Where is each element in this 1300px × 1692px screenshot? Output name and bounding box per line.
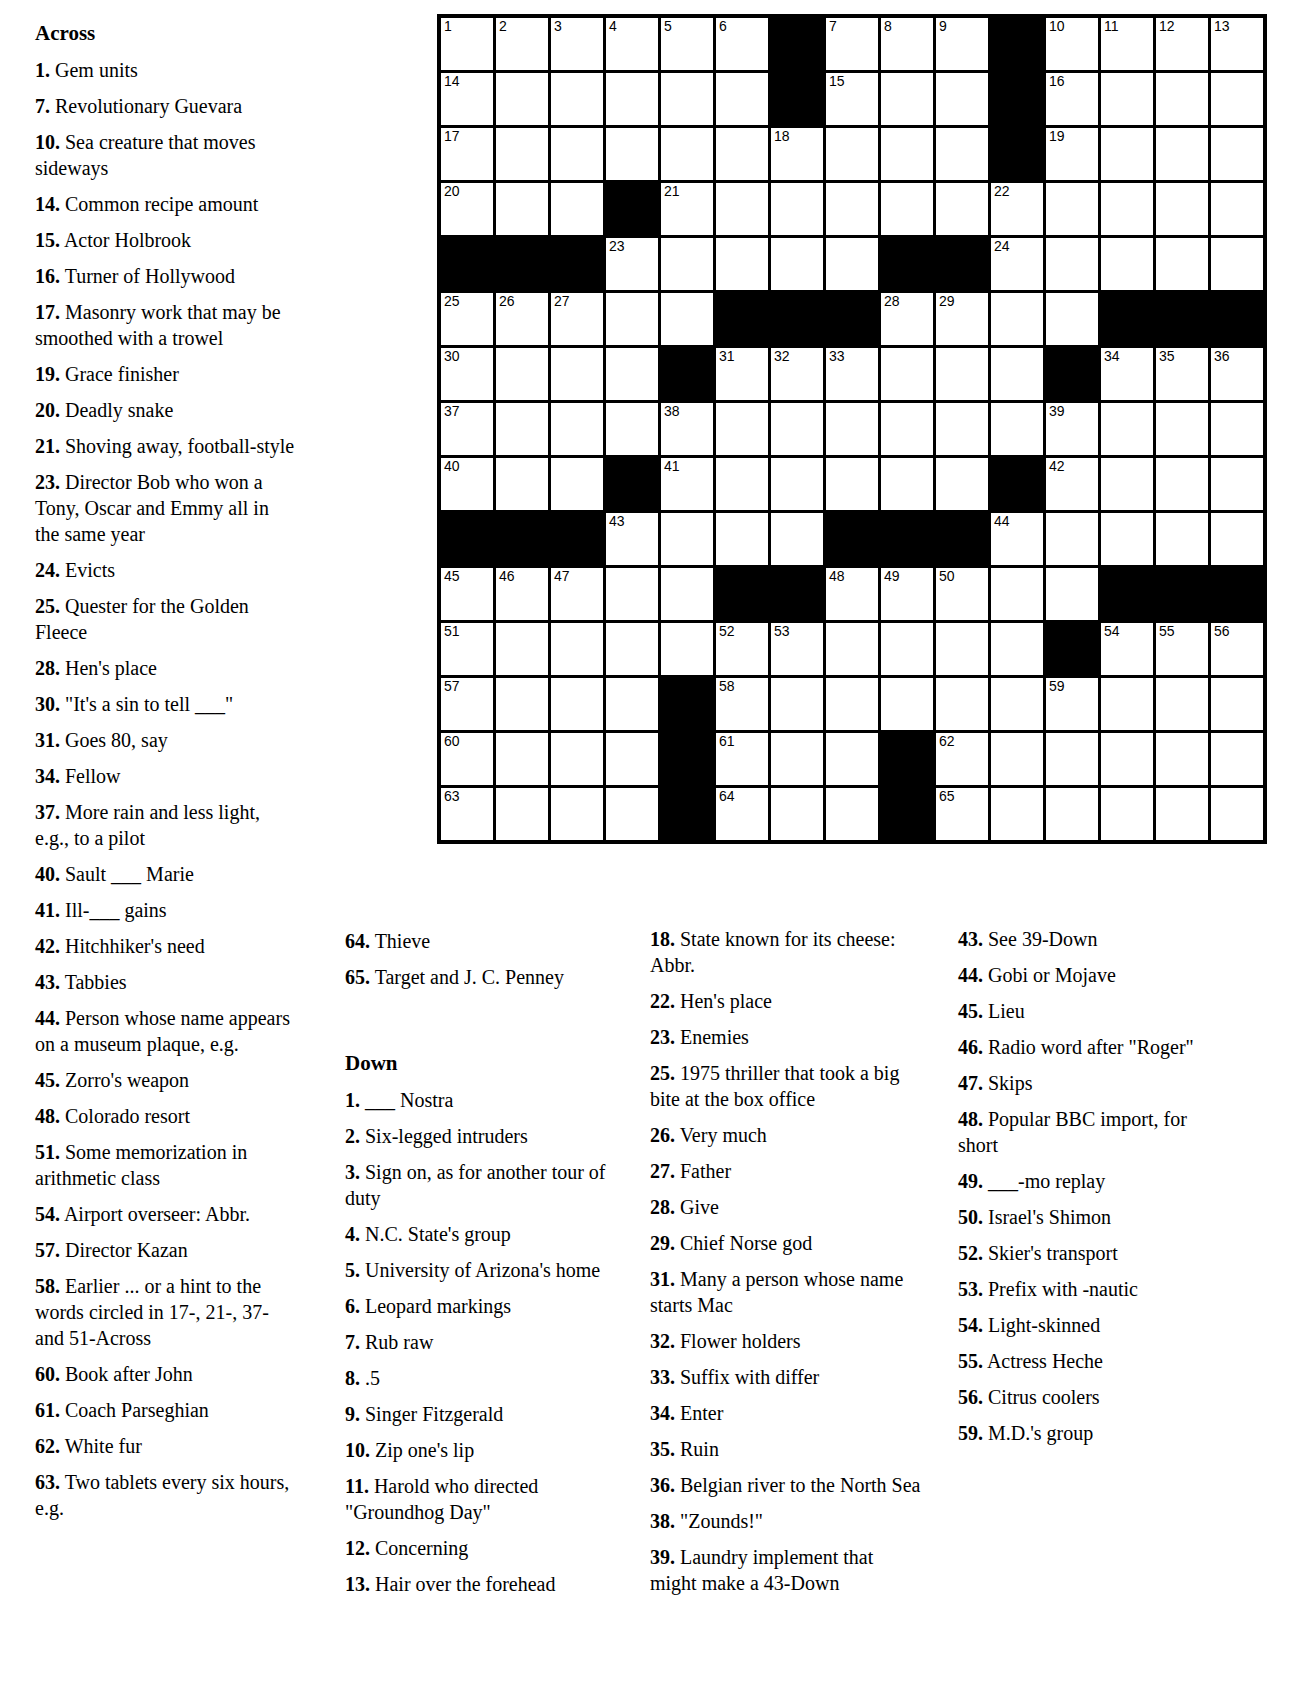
clue-column-4: 43. See 39-Down44. Gobi or Mojave45. Lie… xyxy=(958,926,1203,1456)
cell-number: 57 xyxy=(444,679,460,694)
clue-across-62: 62. White fur xyxy=(35,1433,295,1459)
clue-number: 26. xyxy=(650,1124,675,1146)
cell-number: 58 xyxy=(719,679,735,694)
clue-column-3: 18. State known for its cheese: Abbr.22.… xyxy=(650,926,922,1606)
grid-cell[interactable] xyxy=(496,458,548,510)
cell-number: 1 xyxy=(444,19,452,34)
grid-cell[interactable] xyxy=(606,128,658,180)
grid-cell[interactable] xyxy=(551,678,603,730)
down-clues-3: 43. See 39-Down44. Gobi or Mojave45. Lie… xyxy=(958,926,1203,1446)
cell-number: 11 xyxy=(1104,19,1119,34)
grid-cell[interactable] xyxy=(496,788,548,840)
grid-cell[interactable] xyxy=(496,128,548,180)
grid-cell[interactable]: 51 xyxy=(441,623,493,675)
grid-cell[interactable]: 35 xyxy=(1156,348,1208,400)
grid-cell[interactable]: 12 xyxy=(1156,18,1208,70)
down-header: Down xyxy=(345,1050,620,1076)
clue-down-3: 3. Sign on, as for another tour of duty xyxy=(345,1159,620,1211)
grid-cell[interactable]: 40 xyxy=(441,458,493,510)
grid-cell[interactable]: 10 xyxy=(1046,18,1098,70)
grid-cell[interactable] xyxy=(1211,73,1263,125)
clue-column-2: 64. Thieve65. Target and J. C. Penney Do… xyxy=(345,928,620,1607)
clue-number: 48. xyxy=(958,1108,983,1130)
cell-number: 65 xyxy=(939,789,955,804)
grid-cell[interactable]: 25 xyxy=(441,293,493,345)
grid-cell[interactable]: 13 xyxy=(1211,18,1263,70)
grid-cell[interactable] xyxy=(771,733,823,785)
clue-number: 59. xyxy=(958,1422,983,1444)
clue-number: 5. xyxy=(345,1259,360,1281)
black-cell xyxy=(881,733,933,785)
grid-cell[interactable]: 37 xyxy=(441,403,493,455)
clue-down-11: 11. Harold who directed "Groundhog Day" xyxy=(345,1473,620,1525)
grid-cell[interactable] xyxy=(771,678,823,730)
grid-cell[interactable] xyxy=(936,348,988,400)
grid-cell[interactable]: 59 xyxy=(1046,678,1098,730)
grid-cell[interactable]: 34 xyxy=(1101,348,1153,400)
grid-cell[interactable] xyxy=(826,623,878,675)
grid-cell[interactable] xyxy=(1101,458,1153,510)
grid-cell[interactable] xyxy=(1156,733,1208,785)
grid-cell[interactable] xyxy=(936,678,988,730)
grid-cell[interactable] xyxy=(1101,733,1153,785)
grid-cell[interactable]: 14 xyxy=(441,73,493,125)
clue-across-20: 20. Deadly snake xyxy=(35,397,295,423)
clue-number: 9. xyxy=(345,1403,360,1425)
grid-cell[interactable] xyxy=(881,183,933,235)
clue-number: 36. xyxy=(650,1474,675,1496)
cell-number: 4 xyxy=(609,19,617,34)
grid-cell[interactable]: 41 xyxy=(661,458,713,510)
grid-cell[interactable]: 46 xyxy=(496,568,548,620)
grid-cell[interactable]: 31 xyxy=(716,348,768,400)
grid-cell[interactable] xyxy=(716,403,768,455)
grid-cell[interactable] xyxy=(826,788,878,840)
across-clues-rest: 64. Thieve65. Target and J. C. Penney xyxy=(345,928,620,990)
grid-cell[interactable]: 39 xyxy=(1046,403,1098,455)
clue-across-21: 21. Shoving away, football-style xyxy=(35,433,295,459)
clue-number: 22. xyxy=(650,990,675,1012)
grid-cell[interactable] xyxy=(716,458,768,510)
clue-number: 34. xyxy=(35,765,60,787)
clue-down-32: 32. Flower holders xyxy=(650,1328,922,1354)
clue-across-48: 48. Colorado resort xyxy=(35,1103,295,1129)
grid-cell[interactable] xyxy=(826,733,878,785)
black-cell xyxy=(661,788,713,840)
black-cell xyxy=(991,18,1043,70)
grid-cell[interactable] xyxy=(991,293,1043,345)
grid-cell[interactable] xyxy=(1101,73,1153,125)
black-cell xyxy=(661,678,713,730)
grid-cell[interactable] xyxy=(771,403,823,455)
cell-number: 17 xyxy=(444,129,460,144)
black-cell xyxy=(716,568,768,620)
clue-number: 54. xyxy=(35,1203,60,1225)
across-clues-main: 1. Gem units7. Revolutionary Guevara10. … xyxy=(35,57,295,1521)
grid-cell[interactable] xyxy=(606,623,658,675)
clue-number: 30. xyxy=(35,693,60,715)
grid-cell[interactable] xyxy=(826,183,878,235)
clue-across-31: 31. Goes 80, say xyxy=(35,727,295,753)
cell-number: 27 xyxy=(554,294,570,309)
grid-cell[interactable] xyxy=(1211,788,1263,840)
grid-cell[interactable] xyxy=(716,128,768,180)
black-cell xyxy=(1101,293,1153,345)
grid-cell[interactable] xyxy=(936,183,988,235)
grid-cell[interactable] xyxy=(551,348,603,400)
grid-cell[interactable]: 16 xyxy=(1046,73,1098,125)
cell-number: 12 xyxy=(1159,19,1175,34)
grid-cell[interactable] xyxy=(991,788,1043,840)
black-cell xyxy=(496,513,548,565)
grid-cell[interactable] xyxy=(991,403,1043,455)
grid-cell[interactable]: 6 xyxy=(716,18,768,70)
cell-number: 23 xyxy=(609,239,625,254)
grid-cell[interactable] xyxy=(661,293,713,345)
grid-cell[interactable] xyxy=(881,73,933,125)
clue-across-19: 19. Grace finisher xyxy=(35,361,295,387)
cell-number: 50 xyxy=(939,569,955,584)
grid-cell[interactable]: 36 xyxy=(1211,348,1263,400)
clue-across-63: 63. Two tablets every six hours, e.g. xyxy=(35,1469,295,1521)
grid-cell[interactable] xyxy=(771,238,823,290)
grid-cell[interactable] xyxy=(771,183,823,235)
clue-number: 61. xyxy=(35,1399,60,1421)
cell-number: 15 xyxy=(829,74,845,89)
grid-cell[interactable] xyxy=(1101,403,1153,455)
clue-down-49: 49. ___-mo replay xyxy=(958,1168,1203,1194)
grid-cell[interactable] xyxy=(661,513,713,565)
grid-cell[interactable] xyxy=(496,403,548,455)
grid-cell[interactable]: 45 xyxy=(441,568,493,620)
cell-number: 25 xyxy=(444,294,460,309)
grid-cell[interactable] xyxy=(606,788,658,840)
grid-cell[interactable] xyxy=(1156,183,1208,235)
grid-cell[interactable]: 48 xyxy=(826,568,878,620)
clue-down-4: 4. N.C. State's group xyxy=(345,1221,620,1247)
grid-cell[interactable] xyxy=(1211,183,1263,235)
clue-number: 10. xyxy=(35,131,60,153)
black-cell xyxy=(826,293,878,345)
clue-number: 50. xyxy=(958,1206,983,1228)
grid-cell[interactable]: 7 xyxy=(826,18,878,70)
clue-down-1: 1. ___ Nostra xyxy=(345,1087,620,1113)
clue-down-47: 47. Skips xyxy=(958,1070,1203,1096)
grid-cell[interactable] xyxy=(1156,678,1208,730)
grid-cell[interactable] xyxy=(661,623,713,675)
grid-cell[interactable]: 57 xyxy=(441,678,493,730)
grid-cell[interactable]: 53 xyxy=(771,623,823,675)
grid-cell[interactable]: 52 xyxy=(716,623,768,675)
grid-cell[interactable] xyxy=(1046,293,1098,345)
grid-cell[interactable]: 62 xyxy=(936,733,988,785)
grid-cell[interactable]: 43 xyxy=(606,513,658,565)
clue-number: 41. xyxy=(35,899,60,921)
grid-cell[interactable]: 21 xyxy=(661,183,713,235)
grid-cell[interactable] xyxy=(716,513,768,565)
grid-cell[interactable] xyxy=(936,458,988,510)
clue-across-42: 42. Hitchhiker's need xyxy=(35,933,295,959)
black-cell xyxy=(936,513,988,565)
grid-cell[interactable]: 60 xyxy=(441,733,493,785)
grid-cell[interactable]: 15 xyxy=(826,73,878,125)
clue-down-45: 45. Lieu xyxy=(958,998,1203,1024)
grid-cell[interactable] xyxy=(1101,128,1153,180)
grid-cell[interactable]: 49 xyxy=(881,568,933,620)
grid-cell[interactable]: 61 xyxy=(716,733,768,785)
grid-cell[interactable] xyxy=(991,733,1043,785)
grid-cell[interactable] xyxy=(1211,403,1263,455)
grid-cell[interactable]: 30 xyxy=(441,348,493,400)
grid-cell[interactable] xyxy=(496,623,548,675)
cell-number: 53 xyxy=(774,624,790,639)
grid-cell[interactable] xyxy=(881,403,933,455)
grid-cell[interactable] xyxy=(1211,513,1263,565)
clue-down-54: 54. Light-skinned xyxy=(958,1312,1203,1338)
grid-cell[interactable] xyxy=(1156,788,1208,840)
grid-cell[interactable] xyxy=(716,238,768,290)
grid-cell[interactable] xyxy=(1211,678,1263,730)
clue-column-1: Across 1. Gem units7. Revolutionary Guev… xyxy=(35,20,295,1531)
clue-number: 17. xyxy=(35,301,60,323)
grid-cell[interactable] xyxy=(606,73,658,125)
clue-down-10: 10. Zip one's lip xyxy=(345,1437,620,1463)
cell-number: 54 xyxy=(1104,624,1120,639)
clue-number: 19. xyxy=(35,363,60,385)
grid-cell[interactable] xyxy=(1211,128,1263,180)
grid-cell[interactable] xyxy=(771,458,823,510)
cell-number: 45 xyxy=(444,569,460,584)
cell-number: 28 xyxy=(884,294,900,309)
clue-across-60: 60. Book after John xyxy=(35,1361,295,1387)
grid-cell[interactable] xyxy=(826,128,878,180)
grid-cell[interactable]: 58 xyxy=(716,678,768,730)
grid-cell[interactable] xyxy=(1046,733,1098,785)
grid-cell[interactable] xyxy=(551,73,603,125)
clue-down-18: 18. State known for its cheese: Abbr. xyxy=(650,926,922,978)
clue-number: 53. xyxy=(958,1278,983,1300)
cell-number: 29 xyxy=(939,294,955,309)
grid-cell[interactable]: 23 xyxy=(606,238,658,290)
grid-cell[interactable] xyxy=(551,128,603,180)
cell-number: 52 xyxy=(719,624,735,639)
grid-cell[interactable]: 11 xyxy=(1101,18,1153,70)
grid-cell[interactable]: 32 xyxy=(771,348,823,400)
clue-number: 43. xyxy=(35,971,60,993)
grid-cell[interactable] xyxy=(1101,183,1153,235)
black-cell xyxy=(1101,568,1153,620)
grid-cell[interactable] xyxy=(1101,678,1153,730)
clue-down-27: 27. Father xyxy=(650,1158,922,1184)
cell-number: 40 xyxy=(444,459,460,474)
clue-number: 23. xyxy=(650,1026,675,1048)
clue-down-22: 22. Hen's place xyxy=(650,988,922,1014)
grid-cell[interactable] xyxy=(551,458,603,510)
cell-number: 8 xyxy=(884,19,892,34)
grid-cell[interactable] xyxy=(716,73,768,125)
grid-cell[interactable] xyxy=(881,128,933,180)
grid-cell[interactable] xyxy=(1156,458,1208,510)
clue-across-40: 40. Sault ___ Marie xyxy=(35,861,295,887)
grid-cell[interactable]: 19 xyxy=(1046,128,1098,180)
grid-cell[interactable] xyxy=(606,733,658,785)
grid-cell[interactable]: 44 xyxy=(991,513,1043,565)
grid-cell[interactable] xyxy=(1156,128,1208,180)
grid-cell[interactable] xyxy=(826,678,878,730)
grid-cell[interactable] xyxy=(551,623,603,675)
grid-cell[interactable] xyxy=(881,348,933,400)
grid-cell[interactable]: 65 xyxy=(936,788,988,840)
grid-cell[interactable] xyxy=(661,73,713,125)
grid-cell[interactable] xyxy=(551,183,603,235)
grid-cell[interactable] xyxy=(991,623,1043,675)
clue-across-34: 34. Fellow xyxy=(35,763,295,789)
grid-cell[interactable] xyxy=(936,128,988,180)
clue-across-24: 24. Evicts xyxy=(35,557,295,583)
grid-cell[interactable] xyxy=(991,678,1043,730)
grid-cell[interactable]: 47 xyxy=(551,568,603,620)
grid-cell[interactable]: 42 xyxy=(1046,458,1098,510)
grid-cell[interactable]: 8 xyxy=(881,18,933,70)
grid-cell[interactable] xyxy=(496,73,548,125)
clue-down-48: 48. Popular BBC import, for short xyxy=(958,1106,1203,1158)
grid-cell[interactable] xyxy=(1101,513,1153,565)
clue-number: 45. xyxy=(958,1000,983,1022)
grid-cell[interactable] xyxy=(1046,788,1098,840)
grid-cell[interactable] xyxy=(496,678,548,730)
grid-cell[interactable]: 22 xyxy=(991,183,1043,235)
clue-number: 51. xyxy=(35,1141,60,1163)
grid-cell[interactable] xyxy=(936,403,988,455)
clue-number: 47. xyxy=(958,1072,983,1094)
grid-cell[interactable] xyxy=(1101,238,1153,290)
grid-cell[interactable] xyxy=(606,678,658,730)
grid-cell[interactable] xyxy=(551,733,603,785)
grid-cell[interactable]: 5 xyxy=(661,18,713,70)
grid-cell[interactable] xyxy=(936,73,988,125)
grid-cell[interactable] xyxy=(771,788,823,840)
grid-cell[interactable] xyxy=(606,348,658,400)
grid-cell[interactable] xyxy=(661,238,713,290)
grid-cell[interactable] xyxy=(1156,513,1208,565)
clue-down-23: 23. Enemies xyxy=(650,1024,922,1050)
black-cell xyxy=(771,18,823,70)
clue-number: 43. xyxy=(958,928,983,950)
grid-cell[interactable]: 17 xyxy=(441,128,493,180)
cell-number: 3 xyxy=(554,19,562,34)
grid-cell[interactable] xyxy=(826,238,878,290)
clue-across-30: 30. "It's a sin to tell ___" xyxy=(35,691,295,717)
clue-number: 23. xyxy=(35,471,60,493)
grid-cell[interactable]: 63 xyxy=(441,788,493,840)
grid-cell[interactable] xyxy=(551,403,603,455)
clue-number: 65. xyxy=(345,966,370,988)
grid-cell[interactable] xyxy=(661,568,713,620)
grid-cell[interactable] xyxy=(606,403,658,455)
grid-cell[interactable]: 27 xyxy=(551,293,603,345)
grid-cell[interactable] xyxy=(661,128,713,180)
grid-cell[interactable]: 4 xyxy=(606,18,658,70)
grid-cell[interactable] xyxy=(1156,403,1208,455)
clue-across-58: 58. Earlier ... or a hint to the words c… xyxy=(35,1273,295,1351)
grid-cell[interactable] xyxy=(551,788,603,840)
clue-number: 54. xyxy=(958,1314,983,1336)
clue-number: 25. xyxy=(35,595,60,617)
clue-number: 7. xyxy=(35,95,50,117)
grid-cell[interactable]: 24 xyxy=(991,238,1043,290)
grid-cell[interactable] xyxy=(1101,788,1153,840)
grid-cell[interactable] xyxy=(826,403,878,455)
grid-cell[interactable] xyxy=(826,458,878,510)
clue-down-29: 29. Chief Norse god xyxy=(650,1230,922,1256)
grid-cell[interactable] xyxy=(1046,183,1098,235)
cell-number: 31 xyxy=(719,349,735,364)
grid-cell[interactable] xyxy=(1211,238,1263,290)
grid-cell[interactable] xyxy=(881,623,933,675)
grid-cell[interactable] xyxy=(1211,458,1263,510)
clue-down-59: 59. M.D.'s group xyxy=(958,1420,1203,1446)
grid-cell[interactable] xyxy=(496,733,548,785)
grid-cell[interactable]: 56 xyxy=(1211,623,1263,675)
grid-cell[interactable] xyxy=(606,568,658,620)
grid-cell[interactable] xyxy=(881,678,933,730)
grid-cell[interactable]: 38 xyxy=(661,403,713,455)
cell-number: 5 xyxy=(664,19,672,34)
grid-cell[interactable] xyxy=(716,183,768,235)
grid-cell[interactable] xyxy=(1046,238,1098,290)
cell-number: 43 xyxy=(609,514,625,529)
grid-cell[interactable] xyxy=(1156,238,1208,290)
grid-cell[interactable]: 18 xyxy=(771,128,823,180)
grid-cell[interactable]: 54 xyxy=(1101,623,1153,675)
grid-cell[interactable] xyxy=(606,293,658,345)
grid-cell[interactable]: 1 xyxy=(441,18,493,70)
clue-number: 28. xyxy=(35,657,60,679)
grid-cell[interactable]: 28 xyxy=(881,293,933,345)
grid-cell[interactable]: 50 xyxy=(936,568,988,620)
grid-cell[interactable] xyxy=(1211,733,1263,785)
grid-cell[interactable]: 33 xyxy=(826,348,878,400)
grid-cell[interactable] xyxy=(771,513,823,565)
cell-number: 16 xyxy=(1049,74,1065,89)
grid-cell[interactable]: 55 xyxy=(1156,623,1208,675)
grid-cell[interactable]: 20 xyxy=(441,183,493,235)
grid-cell[interactable]: 26 xyxy=(496,293,548,345)
grid-cell[interactable] xyxy=(1046,513,1098,565)
grid-cell[interactable] xyxy=(1156,73,1208,125)
grid-cell[interactable] xyxy=(1046,568,1098,620)
clue-across-45: 45. Zorro's weapon xyxy=(35,1067,295,1093)
clue-across-51: 51. Some memorization in arithmetic clas… xyxy=(35,1139,295,1191)
grid-cell[interactable] xyxy=(496,183,548,235)
grid-cell[interactable] xyxy=(991,568,1043,620)
grid-cell[interactable]: 9 xyxy=(936,18,988,70)
black-cell xyxy=(661,733,713,785)
grid-cell[interactable] xyxy=(496,348,548,400)
clue-across-28: 28. Hen's place xyxy=(35,655,295,681)
clue-number: 48. xyxy=(35,1105,60,1127)
grid-cell[interactable]: 29 xyxy=(936,293,988,345)
black-cell xyxy=(716,293,768,345)
clue-number: 34. xyxy=(650,1402,675,1424)
grid-cell[interactable]: 2 xyxy=(496,18,548,70)
grid-cell[interactable] xyxy=(936,623,988,675)
grid-cell[interactable]: 3 xyxy=(551,18,603,70)
grid-cell[interactable]: 64 xyxy=(716,788,768,840)
grid-cell[interactable] xyxy=(991,348,1043,400)
clue-number: 13. xyxy=(345,1573,370,1595)
grid-cell[interactable] xyxy=(881,458,933,510)
